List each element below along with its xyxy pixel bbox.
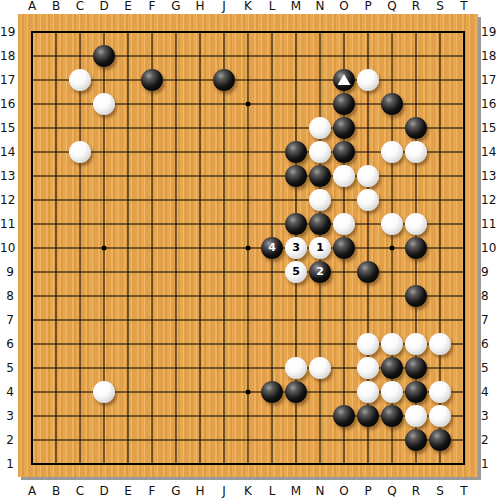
stone-white-O13 (333, 165, 355, 187)
stone-white-R3 (405, 405, 427, 427)
stone-white-Q11 (381, 213, 403, 235)
row-label-left-8: 8 (0, 289, 14, 303)
stone-black-R5 (405, 357, 427, 379)
stone-white-N10: 1 (309, 237, 331, 259)
row-label-right-4: 4 (481, 385, 499, 399)
row-label-right-16: 16 (481, 97, 499, 111)
row-label-right-13: 13 (481, 169, 499, 183)
row-label-right-17: 17 (481, 73, 499, 87)
star-point (246, 390, 251, 395)
stone-black-O3 (333, 405, 355, 427)
column-label-top-Q: Q (382, 0, 402, 13)
column-label-bottom-O: O (334, 485, 354, 498)
column-label-bottom-S: S (430, 485, 450, 498)
row-label-right-5: 5 (481, 361, 499, 375)
column-label-top-M: M (286, 0, 306, 13)
stone-white-Q14 (381, 141, 403, 163)
row-label-left-13: 13 (0, 169, 14, 183)
star-point (246, 246, 251, 251)
column-label-top-G: G (166, 0, 186, 13)
stone-white-P12 (357, 189, 379, 211)
row-label-right-18: 18 (481, 49, 499, 63)
stone-black-M13 (285, 165, 307, 187)
row-label-right-11: 11 (481, 217, 499, 231)
column-label-top-C: C (70, 0, 90, 13)
column-label-bottom-G: G (166, 485, 186, 498)
column-label-bottom-P: P (358, 485, 378, 498)
row-label-right-2: 2 (481, 433, 499, 447)
stone-black-J17 (213, 69, 235, 91)
row-label-left-10: 10 (0, 241, 14, 255)
column-label-bottom-B: B (46, 485, 66, 498)
row-label-left-7: 7 (0, 313, 14, 327)
column-label-bottom-T: T (454, 485, 474, 498)
row-label-left-18: 18 (0, 49, 14, 63)
stone-black-P3 (357, 405, 379, 427)
move-number-label-1: 1 (309, 237, 331, 259)
row-label-left-3: 3 (0, 409, 14, 423)
stone-white-M9: 5 (285, 261, 307, 283)
column-label-bottom-K: K (238, 485, 258, 498)
stone-white-R6 (405, 333, 427, 355)
column-label-top-S: S (430, 0, 450, 13)
row-label-left-4: 4 (0, 385, 14, 399)
stone-black-S2 (429, 429, 451, 451)
stone-black-M11 (285, 213, 307, 235)
stone-white-D4 (93, 381, 115, 403)
stone-white-S4 (429, 381, 451, 403)
row-label-right-9: 9 (481, 265, 499, 279)
stone-white-M5 (285, 357, 307, 379)
stone-white-P5 (357, 357, 379, 379)
row-label-right-7: 7 (481, 313, 499, 327)
stone-black-N13 (309, 165, 331, 187)
row-label-left-9: 9 (0, 265, 14, 279)
stone-white-P4 (357, 381, 379, 403)
stone-black-R2 (405, 429, 427, 451)
stone-white-M10: 3 (285, 237, 307, 259)
column-label-bottom-Q: Q (382, 485, 402, 498)
row-label-left-16: 16 (0, 97, 14, 111)
stone-white-O11 (333, 213, 355, 235)
row-label-right-19: 19 (481, 25, 499, 39)
row-label-left-5: 5 (0, 361, 14, 375)
stone-black-O14 (333, 141, 355, 163)
row-label-left-2: 2 (0, 433, 14, 447)
column-label-top-O: O (334, 0, 354, 13)
column-label-bottom-M: M (286, 485, 306, 498)
stone-white-D16 (93, 93, 115, 115)
column-label-top-B: B (46, 0, 66, 13)
stone-white-N12 (309, 189, 331, 211)
stone-black-D18 (93, 45, 115, 67)
stone-white-C17 (69, 69, 91, 91)
row-label-right-1: 1 (481, 457, 499, 471)
column-label-bottom-F: F (142, 485, 162, 498)
row-label-left-6: 6 (0, 337, 14, 351)
stone-white-S3 (429, 405, 451, 427)
column-label-bottom-N: N (310, 485, 330, 498)
stone-black-O10 (333, 237, 355, 259)
go-board[interactable]: 43152 (18, 14, 478, 477)
row-label-left-12: 12 (0, 193, 14, 207)
stone-white-R14 (405, 141, 427, 163)
stone-black-F17 (141, 69, 163, 91)
stone-white-P13 (357, 165, 379, 187)
stone-white-N15 (309, 117, 331, 139)
column-label-bottom-A: A (22, 485, 42, 498)
row-label-right-14: 14 (481, 145, 499, 159)
star-point (390, 246, 395, 251)
column-label-top-A: A (22, 0, 42, 13)
stone-white-N5 (309, 357, 331, 379)
go-diagram-page: 43152 AABBCCDDEEFFGGHHJJKKLLMMNNOOPPQQRR… (0, 0, 500, 500)
row-label-right-12: 12 (481, 193, 499, 207)
stone-black-R15 (405, 117, 427, 139)
stone-black-M14 (285, 141, 307, 163)
column-label-top-R: R (406, 0, 426, 13)
stone-black-L4 (261, 381, 283, 403)
stone-black-N9: 2 (309, 261, 331, 283)
row-label-left-19: 19 (0, 25, 14, 39)
move-number-label-2: 2 (309, 261, 331, 283)
stone-black-Q3 (381, 405, 403, 427)
stone-black-L10: 4 (261, 237, 283, 259)
stone-black-O16 (333, 93, 355, 115)
column-label-top-D: D (94, 0, 114, 13)
column-label-top-T: T (454, 0, 474, 13)
stone-black-O15 (333, 117, 355, 139)
stone-white-P17 (357, 69, 379, 91)
stone-black-N11 (309, 213, 331, 235)
column-label-bottom-H: H (190, 485, 210, 498)
column-label-bottom-E: E (118, 485, 138, 498)
stone-white-Q4 (381, 381, 403, 403)
star-point (246, 102, 251, 107)
row-label-left-15: 15 (0, 121, 14, 135)
column-label-top-F: F (142, 0, 162, 13)
row-label-left-1: 1 (0, 457, 14, 471)
column-label-bottom-J: J (214, 485, 234, 498)
move-number-label-4: 4 (261, 237, 283, 259)
stone-black-M4 (285, 381, 307, 403)
column-label-top-N: N (310, 0, 330, 13)
stone-white-N14 (309, 141, 331, 163)
triangle-mark-icon (338, 74, 351, 85)
row-label-left-17: 17 (0, 73, 14, 87)
stone-black-O17 (333, 69, 355, 91)
stone-black-R4 (405, 381, 427, 403)
move-number-label-3: 3 (285, 237, 307, 259)
column-label-top-L: L (262, 0, 282, 13)
row-label-right-8: 8 (481, 289, 499, 303)
stone-white-C14 (69, 141, 91, 163)
stone-black-Q16 (381, 93, 403, 115)
column-label-top-J: J (214, 0, 234, 13)
column-label-bottom-C: C (70, 485, 90, 498)
stone-white-Q6 (381, 333, 403, 355)
column-label-top-P: P (358, 0, 378, 13)
row-label-right-6: 6 (481, 337, 499, 351)
stone-white-S6 (429, 333, 451, 355)
column-label-bottom-R: R (406, 485, 426, 498)
star-point (102, 246, 107, 251)
column-label-bottom-D: D (94, 485, 114, 498)
row-label-right-15: 15 (481, 121, 499, 135)
column-label-bottom-L: L (262, 485, 282, 498)
stone-black-Q5 (381, 357, 403, 379)
stone-black-R10 (405, 237, 427, 259)
stone-black-R8 (405, 285, 427, 307)
stone-white-R11 (405, 213, 427, 235)
move-number-label-5: 5 (285, 261, 307, 283)
row-label-left-11: 11 (0, 217, 14, 231)
row-label-left-14: 14 (0, 145, 14, 159)
row-label-right-3: 3 (481, 409, 499, 423)
column-label-top-H: H (190, 0, 210, 13)
column-label-top-E: E (118, 0, 138, 13)
column-label-top-K: K (238, 0, 258, 13)
stone-white-P6 (357, 333, 379, 355)
row-label-right-10: 10 (481, 241, 499, 255)
stone-black-P9 (357, 261, 379, 283)
